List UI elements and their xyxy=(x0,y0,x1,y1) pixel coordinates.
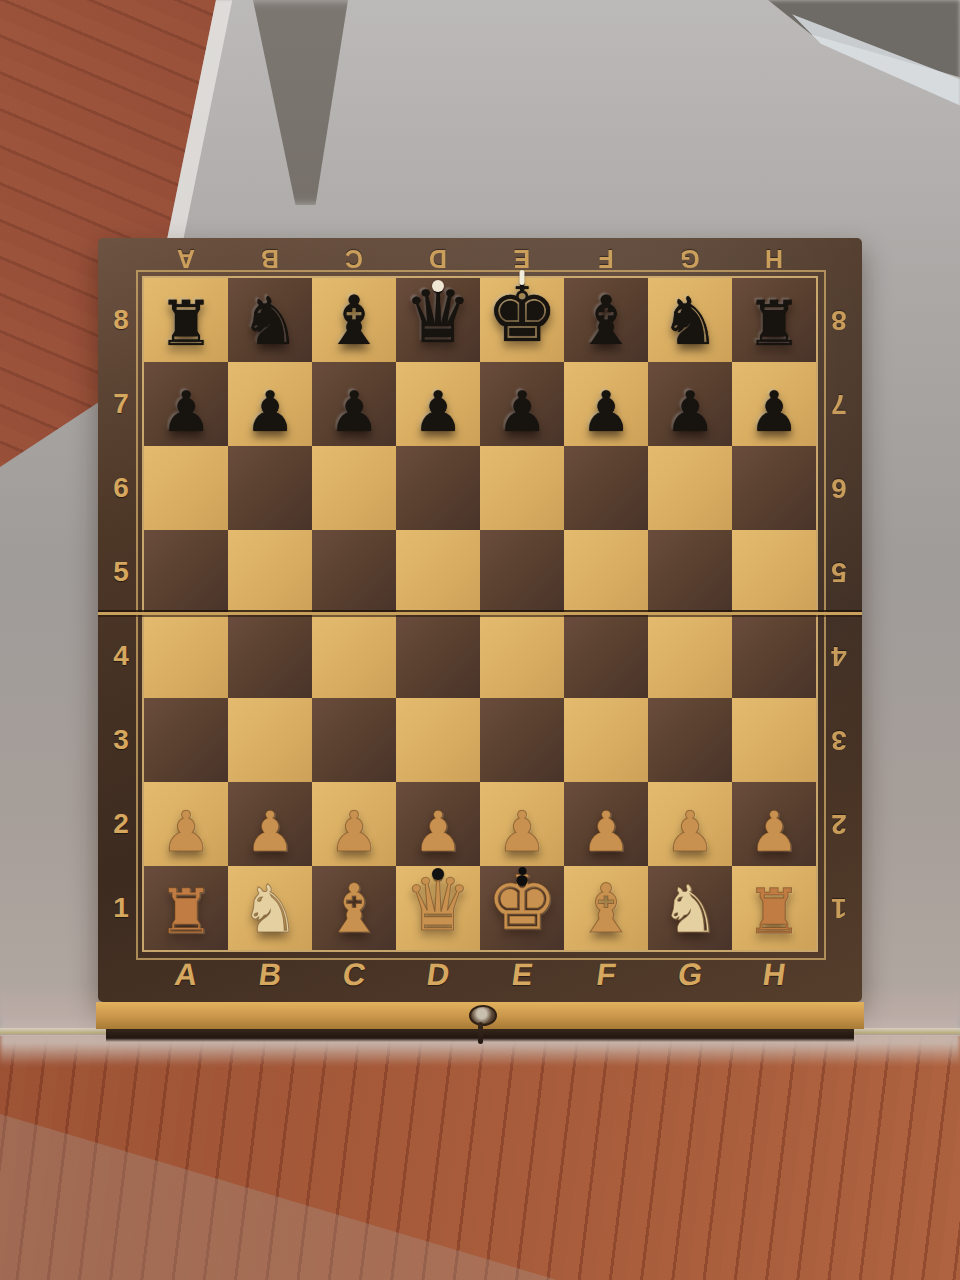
rank-label-right-2: 2 xyxy=(816,782,862,866)
black-pawn-glyph: ♟ xyxy=(581,379,631,444)
piece-white-pawn-g2[interactable]: ♟ xyxy=(648,782,732,866)
file-label-top-c: C xyxy=(312,238,396,278)
piece-black-bishop-c8[interactable]: ♝ xyxy=(312,278,396,362)
file-label-top-f: F xyxy=(564,238,648,278)
rank-label-left-2: 2 xyxy=(98,782,144,866)
black-pawn-glyph: ♟ xyxy=(749,379,799,444)
piece-black-rook-h8[interactable]: ♜ xyxy=(732,278,816,362)
black-bishop-glyph: ♝ xyxy=(324,281,385,360)
white-pawn-glyph: ♟ xyxy=(665,799,715,864)
rank-label-left-4: 4 xyxy=(98,614,144,698)
white-stick-finial xyxy=(520,270,525,285)
file-label-top-g: G xyxy=(648,238,732,278)
piece-black-knight-b8[interactable]: ♞ xyxy=(228,278,312,362)
piece-white-knight-g1[interactable]: ♞ xyxy=(648,866,732,950)
white-pawn-glyph: ♟ xyxy=(413,799,463,864)
white-rook-glyph: ♜ xyxy=(746,875,802,948)
black-knight-glyph: ♞ xyxy=(240,283,299,360)
black-pawn-glyph: ♟ xyxy=(161,379,211,444)
piece-black-king-e8[interactable]: ♚ xyxy=(480,278,564,362)
file-label-bottom-e: E xyxy=(476,950,567,1002)
box-clasp xyxy=(469,1005,497,1026)
rank-label-right-4: 4 xyxy=(816,614,862,698)
file-labels-top: ABCDEFGH xyxy=(144,238,816,278)
white-bishop-glyph: ♝ xyxy=(576,869,637,948)
piece-white-knight-b1[interactable]: ♞ xyxy=(228,866,312,950)
white-rook-glyph: ♜ xyxy=(158,875,214,948)
piece-white-bishop-f1[interactable]: ♝ xyxy=(564,866,648,950)
rank-label-right-6: 6 xyxy=(816,446,862,530)
black-pawn-glyph: ♟ xyxy=(497,379,547,444)
piece-white-pawn-f2[interactable]: ♟ xyxy=(564,782,648,866)
piece-white-king-e1[interactable]: ♚ xyxy=(480,866,564,950)
white-pawn-glyph: ♟ xyxy=(329,799,379,864)
black-rook-glyph: ♜ xyxy=(158,287,214,360)
file-label-top-a: A xyxy=(144,238,228,278)
rank-label-right-5: 5 xyxy=(816,530,862,614)
file-label-bottom-a: A xyxy=(140,950,231,1002)
piece-white-pawn-a2[interactable]: ♟ xyxy=(144,782,228,866)
black-knight-glyph: ♞ xyxy=(660,283,719,360)
rank-label-right-8: 8 xyxy=(816,278,862,362)
piece-black-pawn-c7[interactable]: ♟ xyxy=(312,362,396,446)
white-ball-finial xyxy=(432,280,444,292)
piece-white-rook-a1[interactable]: ♜ xyxy=(144,866,228,950)
rank-label-left-6: 6 xyxy=(98,446,144,530)
file-label-bottom-h: H xyxy=(728,950,819,1002)
rank-label-left-1: 1 xyxy=(98,866,144,950)
file-label-bottom-f: F xyxy=(560,950,651,1002)
piece-black-pawn-d7[interactable]: ♟ xyxy=(396,362,480,446)
scene: ABCDEFGH ABCDEFGH 87654321 87654321 ♜♞♝♛… xyxy=(0,0,960,1280)
piece-black-pawn-f7[interactable]: ♟ xyxy=(564,362,648,446)
rank-label-left-5: 5 xyxy=(98,530,144,614)
piece-white-rook-h1[interactable]: ♜ xyxy=(732,866,816,950)
rank-label-right-1: 1 xyxy=(816,866,862,950)
piece-white-bishop-c1[interactable]: ♝ xyxy=(312,866,396,950)
rank-label-right-7: 7 xyxy=(816,362,862,446)
white-bishop-glyph: ♝ xyxy=(324,869,385,948)
rank-label-left-8: 8 xyxy=(98,278,144,362)
rank-label-right-3: 3 xyxy=(816,698,862,782)
black-pawn-glyph: ♟ xyxy=(245,379,295,444)
piece-black-pawn-b7[interactable]: ♟ xyxy=(228,362,312,446)
file-label-bottom-b: B xyxy=(224,950,315,1002)
pieces-layer: ♜♞♝♛♚♝♞♜♟♟♟♟♟♟♟♟♟♟♟♟♟♟♟♟♜♞♝♛♚♝♞♜ xyxy=(144,278,816,950)
white-pawn-glyph: ♟ xyxy=(749,799,799,864)
black-bishop-glyph: ♝ xyxy=(576,281,637,360)
black-pawn-glyph: ♟ xyxy=(329,379,379,444)
rank-label-left-7: 7 xyxy=(98,362,144,446)
chess-board: ABCDEFGH ABCDEFGH 87654321 87654321 ♜♞♝♛… xyxy=(98,238,862,1002)
file-label-top-h: H xyxy=(732,238,816,278)
file-label-bottom-c: C xyxy=(308,950,399,1002)
white-pawn-glyph: ♟ xyxy=(581,799,631,864)
piece-white-queen-d1[interactable]: ♛ xyxy=(396,866,480,950)
piece-black-knight-g8[interactable]: ♞ xyxy=(648,278,732,362)
piece-black-queen-d8[interactable]: ♛ xyxy=(396,278,480,362)
file-label-bottom-d: D xyxy=(392,950,483,1002)
piece-white-pawn-h2[interactable]: ♟ xyxy=(732,782,816,866)
white-pawn-glyph: ♟ xyxy=(161,799,211,864)
black-double-finial xyxy=(517,875,528,886)
piece-black-pawn-e7[interactable]: ♟ xyxy=(480,362,564,446)
piece-white-pawn-c2[interactable]: ♟ xyxy=(312,782,396,866)
black-ball-finial xyxy=(432,868,444,880)
piece-black-pawn-g7[interactable]: ♟ xyxy=(648,362,732,446)
file-label-bottom-g: G xyxy=(644,950,735,1002)
piece-white-pawn-e2[interactable]: ♟ xyxy=(480,782,564,866)
box-clasp-hook xyxy=(478,1022,483,1044)
file-label-top-b: B xyxy=(228,238,312,278)
piece-white-pawn-b2[interactable]: ♟ xyxy=(228,782,312,866)
black-rook-glyph: ♜ xyxy=(746,287,802,360)
black-pawn-glyph: ♟ xyxy=(413,379,463,444)
piece-white-pawn-d2[interactable]: ♟ xyxy=(396,782,480,866)
file-labels-bottom: ABCDEFGH xyxy=(144,950,816,1002)
piece-black-pawn-a7[interactable]: ♟ xyxy=(144,362,228,446)
white-knight-glyph: ♞ xyxy=(240,871,299,948)
white-knight-glyph: ♞ xyxy=(660,871,719,948)
black-pawn-glyph: ♟ xyxy=(665,379,715,444)
piece-black-rook-a8[interactable]: ♜ xyxy=(144,278,228,362)
rank-label-left-3: 3 xyxy=(98,698,144,782)
white-pawn-glyph: ♟ xyxy=(245,799,295,864)
piece-black-pawn-h7[interactable]: ♟ xyxy=(732,362,816,446)
piece-black-bishop-f8[interactable]: ♝ xyxy=(564,278,648,362)
